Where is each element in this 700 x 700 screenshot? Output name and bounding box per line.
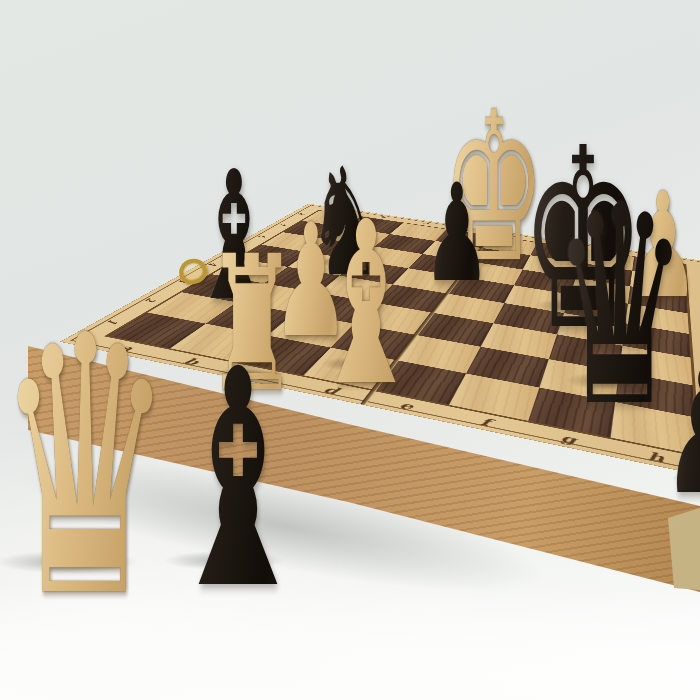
piece-black-pawn-h2-h2[interactable]: ♟ — [663, 346, 700, 519]
piece-white-bishop-d3[interactable]: ♝ — [310, 192, 423, 417]
piece-black-bishop-table[interactable]: ♝ — [163, 331, 314, 631]
piece-black-pawn-d7-d7[interactable]: ♟ — [423, 166, 491, 301]
piece-white-queen-table[interactable]: ♛ — [0, 290, 174, 646]
scene-chess-photo: aa1bb2cc3dd4ee5ff6gg7hh8 ♚♟♞♝♟♚♛♟♝♜♟♝♛ — [0, 0, 700, 700]
